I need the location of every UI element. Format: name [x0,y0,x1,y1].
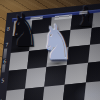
square-c4 [42,85,65,100]
rank-label-6: 6 [3,59,7,64]
rank-label-5: 5 [1,78,5,83]
chessboard-grid: ♝♞♞ [0,3,100,100]
rank-label-8: 8 [7,26,11,31]
square-e4 [84,80,100,100]
square-c6: ♞ [46,47,68,67]
frame-edge-highlight [1,64,5,72]
square-e5 [86,60,100,82]
frame-edge-highlight [3,48,7,58]
chessboard-frame: ♝♞♞ 87654321 [0,0,100,100]
black-knight: ♞ [9,8,39,53]
rank-label-4: 4 [0,99,2,100]
square-a4 [4,89,25,100]
rank-label-7: 7 [5,42,9,47]
chess-photo-scene: ♝♞♞ 87654321 [0,0,100,100]
black-bishop: ♝ [75,3,95,30]
square-e6 [88,42,100,62]
white-knight: ♞ [40,18,73,67]
square-b4 [23,87,45,100]
square-d8: ♝ [71,13,94,30]
square-d4 [62,83,86,100]
square-a7: ♞ [11,34,31,53]
